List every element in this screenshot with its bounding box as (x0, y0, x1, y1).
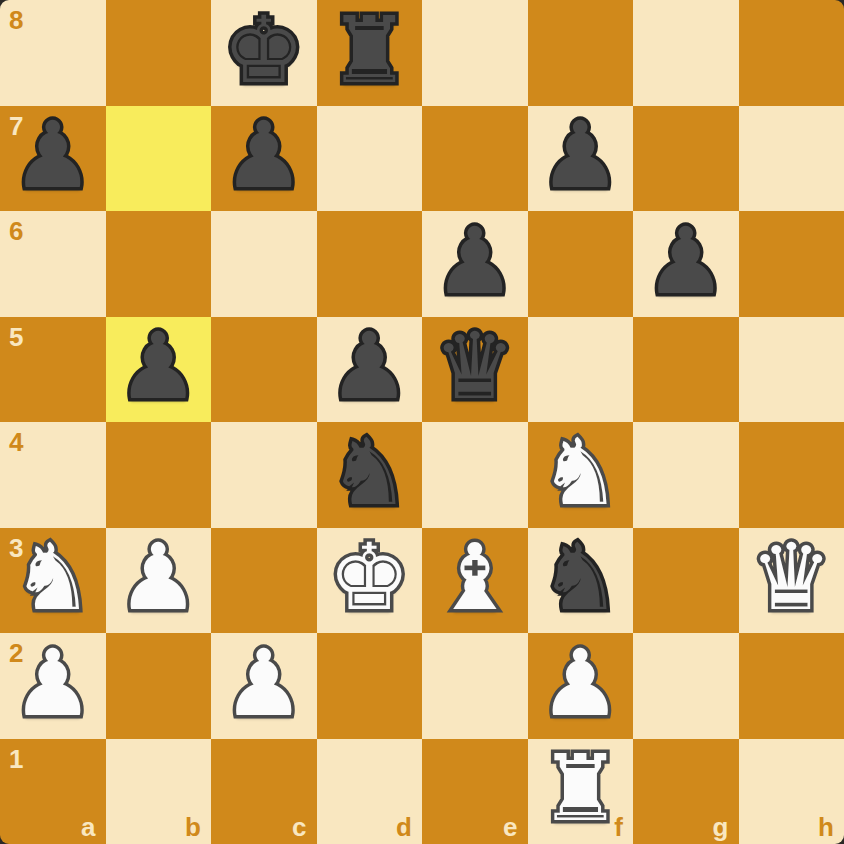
square-c7[interactable]: ♟ (211, 106, 317, 212)
square-e6[interactable]: ♟ (422, 211, 528, 317)
square-d2[interactable] (317, 633, 423, 739)
square-e7[interactable] (422, 106, 528, 212)
piece-black-knight[interactable]: ♞ (539, 532, 621, 624)
square-e1[interactable]: e (422, 739, 528, 844)
rank-label-5: 5 (9, 324, 23, 350)
square-c1[interactable]: c (211, 739, 317, 844)
square-d1[interactable]: d (317, 739, 423, 844)
square-b4[interactable] (106, 422, 212, 528)
rank-label-1: 1 (9, 746, 23, 772)
square-b5[interactable]: ♟ (106, 317, 212, 423)
square-e2[interactable] (422, 633, 528, 739)
square-c3[interactable] (211, 528, 317, 634)
square-c5[interactable] (211, 317, 317, 423)
rank-label-4: 4 (9, 429, 23, 455)
file-label-b: b (185, 814, 201, 840)
file-label-e: e (503, 814, 517, 840)
piece-white-knight[interactable]: ♞ (12, 532, 94, 624)
square-d3[interactable]: ♚ (317, 528, 423, 634)
square-h6[interactable] (739, 211, 844, 317)
square-c8[interactable]: ♚ (211, 0, 317, 106)
piece-black-pawn[interactable]: ♟ (434, 216, 516, 308)
piece-white-pawn[interactable]: ♟ (117, 532, 199, 624)
rank-label-6: 6 (9, 218, 23, 244)
square-a2[interactable]: 2♟ (0, 633, 106, 739)
square-f3[interactable]: ♞ (528, 528, 634, 634)
rank-label-8: 8 (9, 7, 23, 33)
file-label-h: h (818, 814, 834, 840)
square-h2[interactable] (739, 633, 844, 739)
square-b1[interactable]: b (106, 739, 212, 844)
square-a5[interactable]: 5 (0, 317, 106, 423)
file-label-d: d (396, 814, 412, 840)
piece-white-pawn[interactable]: ♟ (539, 638, 621, 730)
square-d6[interactable] (317, 211, 423, 317)
square-f5[interactable] (528, 317, 634, 423)
chess-board: 8♚♜7♟♟♟6♟♟5♟♟♛4♞♞3♞♟♚♝♞♛2♟♟♟1abcdef♜gh (0, 0, 844, 844)
square-e3[interactable]: ♝ (422, 528, 528, 634)
piece-black-pawn[interactable]: ♟ (539, 110, 621, 202)
square-c4[interactable] (211, 422, 317, 528)
square-d4[interactable]: ♞ (317, 422, 423, 528)
square-d8[interactable]: ♜ (317, 0, 423, 106)
square-a3[interactable]: 3♞ (0, 528, 106, 634)
piece-white-bishop[interactable]: ♝ (434, 532, 516, 624)
square-d7[interactable] (317, 106, 423, 212)
square-f8[interactable] (528, 0, 634, 106)
square-b6[interactable] (106, 211, 212, 317)
piece-black-pawn[interactable]: ♟ (117, 321, 199, 413)
square-g4[interactable] (633, 422, 739, 528)
piece-black-pawn[interactable]: ♟ (12, 110, 94, 202)
square-c2[interactable]: ♟ (211, 633, 317, 739)
square-a4[interactable]: 4 (0, 422, 106, 528)
square-f4[interactable]: ♞ (528, 422, 634, 528)
square-h5[interactable] (739, 317, 844, 423)
square-e5[interactable]: ♛ (422, 317, 528, 423)
square-f6[interactable] (528, 211, 634, 317)
square-h8[interactable] (739, 0, 844, 106)
square-h4[interactable] (739, 422, 844, 528)
square-h3[interactable]: ♛ (739, 528, 844, 634)
piece-white-pawn[interactable]: ♟ (12, 638, 94, 730)
square-g3[interactable] (633, 528, 739, 634)
square-d5[interactable]: ♟ (317, 317, 423, 423)
square-g5[interactable] (633, 317, 739, 423)
square-a1[interactable]: 1a (0, 739, 106, 844)
square-a6[interactable]: 6 (0, 211, 106, 317)
square-b2[interactable] (106, 633, 212, 739)
piece-black-queen[interactable]: ♛ (434, 321, 516, 413)
piece-white-knight[interactable]: ♞ (539, 427, 621, 519)
square-e4[interactable] (422, 422, 528, 528)
piece-white-queen[interactable]: ♛ (750, 532, 832, 624)
square-g6[interactable]: ♟ (633, 211, 739, 317)
piece-black-pawn[interactable]: ♟ (223, 110, 305, 202)
piece-black-rook[interactable]: ♜ (328, 5, 410, 97)
square-h7[interactable] (739, 106, 844, 212)
file-label-c: c (292, 814, 306, 840)
square-b7[interactable] (106, 106, 212, 212)
piece-white-pawn[interactable]: ♟ (223, 638, 305, 730)
square-e8[interactable] (422, 0, 528, 106)
square-b8[interactable] (106, 0, 212, 106)
square-h1[interactable]: h (739, 739, 844, 844)
square-f1[interactable]: f♜ (528, 739, 634, 844)
piece-black-king[interactable]: ♚ (223, 5, 305, 97)
square-b3[interactable]: ♟ (106, 528, 212, 634)
piece-white-rook[interactable]: ♜ (539, 743, 621, 835)
square-g7[interactable] (633, 106, 739, 212)
square-a8[interactable]: 8 (0, 0, 106, 106)
square-g8[interactable] (633, 0, 739, 106)
square-f7[interactable]: ♟ (528, 106, 634, 212)
square-c6[interactable] (211, 211, 317, 317)
square-a7[interactable]: 7♟ (0, 106, 106, 212)
square-g1[interactable]: g (633, 739, 739, 844)
piece-white-king[interactable]: ♚ (328, 532, 410, 624)
file-label-g: g (713, 814, 729, 840)
piece-black-pawn[interactable]: ♟ (645, 216, 727, 308)
square-f2[interactable]: ♟ (528, 633, 634, 739)
file-label-a: a (81, 814, 95, 840)
piece-black-pawn[interactable]: ♟ (328, 321, 410, 413)
piece-black-knight[interactable]: ♞ (328, 427, 410, 519)
square-g2[interactable] (633, 633, 739, 739)
